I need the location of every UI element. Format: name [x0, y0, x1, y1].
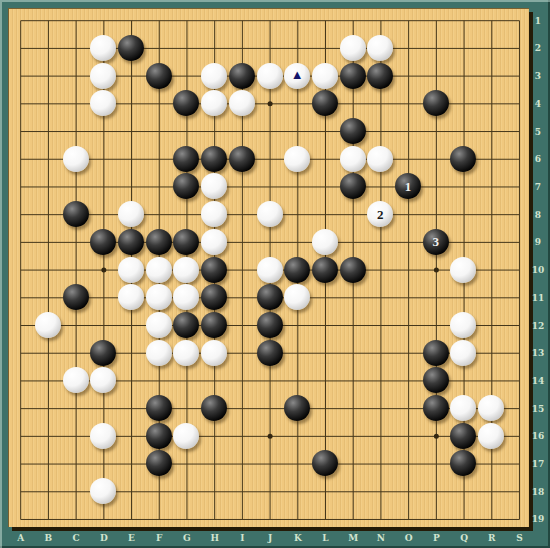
intersection-L9[interactable] — [312, 228, 340, 256]
intersection-K14[interactable] — [284, 367, 312, 395]
intersection-D2[interactable] — [90, 35, 118, 63]
intersection-I14[interactable] — [228, 367, 256, 395]
intersection-R17[interactable] — [478, 450, 506, 478]
intersection-N3[interactable] — [367, 62, 395, 90]
intersection-G11[interactable] — [173, 284, 201, 312]
intersection-G16[interactable] — [173, 422, 201, 450]
intersection-G7[interactable] — [173, 173, 201, 201]
intersection-H2[interactable] — [201, 35, 229, 63]
intersection-N13[interactable] — [367, 339, 395, 367]
intersection-N16[interactable] — [367, 422, 395, 450]
intersection-L5[interactable] — [312, 118, 340, 146]
intersection-M9[interactable] — [339, 228, 367, 256]
intersection-J12[interactable] — [256, 312, 284, 340]
intersection-Q19[interactable] — [450, 506, 478, 534]
intersection-G9[interactable] — [173, 228, 201, 256]
intersection-B5[interactable] — [35, 118, 63, 146]
intersection-C8[interactable] — [62, 201, 90, 229]
intersection-H7[interactable] — [201, 173, 229, 201]
intersection-F7[interactable] — [145, 173, 173, 201]
intersection-N4[interactable] — [367, 90, 395, 118]
intersection-P2[interactable] — [422, 35, 450, 63]
intersection-C7[interactable] — [62, 173, 90, 201]
intersection-J9[interactable] — [256, 228, 284, 256]
intersection-G12[interactable] — [173, 312, 201, 340]
intersection-P14[interactable] — [422, 367, 450, 395]
intersection-A14[interactable] — [7, 367, 35, 395]
intersection-Q15[interactable] — [450, 395, 478, 423]
intersection-R9[interactable] — [478, 228, 506, 256]
intersection-H16[interactable] — [201, 422, 229, 450]
intersection-J6[interactable] — [256, 145, 284, 173]
intersection-A1[interactable] — [7, 7, 35, 35]
intersection-K10[interactable] — [284, 256, 312, 284]
intersection-E19[interactable] — [118, 506, 146, 534]
intersection-D4[interactable] — [90, 90, 118, 118]
intersection-L2[interactable] — [312, 35, 340, 63]
intersection-A19[interactable] — [7, 506, 35, 534]
intersection-Q17[interactable] — [450, 450, 478, 478]
intersection-Q2[interactable] — [450, 35, 478, 63]
intersection-G13[interactable] — [173, 339, 201, 367]
intersection-F19[interactable] — [145, 506, 173, 534]
intersection-K19[interactable] — [284, 506, 312, 534]
intersection-P13[interactable] — [422, 339, 450, 367]
intersection-F11[interactable] — [145, 284, 173, 312]
intersection-P5[interactable] — [422, 118, 450, 146]
intersection-A9[interactable] — [7, 228, 35, 256]
intersection-P10[interactable] — [422, 256, 450, 284]
intersection-A11[interactable] — [7, 284, 35, 312]
intersection-F5[interactable] — [145, 118, 173, 146]
intersection-C16[interactable] — [62, 422, 90, 450]
intersection-C14[interactable] — [62, 367, 90, 395]
intersection-O10[interactable] — [395, 256, 423, 284]
intersection-M7[interactable] — [339, 173, 367, 201]
intersection-R1[interactable] — [478, 7, 506, 35]
intersection-J8[interactable] — [256, 201, 284, 229]
intersection-J14[interactable] — [256, 367, 284, 395]
intersection-D17[interactable] — [90, 450, 118, 478]
intersection-H12[interactable] — [201, 312, 229, 340]
intersection-P6[interactable] — [422, 145, 450, 173]
intersection-H15[interactable] — [201, 395, 229, 423]
intersection-E4[interactable] — [118, 90, 146, 118]
intersection-Q1[interactable] — [450, 7, 478, 35]
intersection-O5[interactable] — [395, 118, 423, 146]
intersection-B17[interactable] — [35, 450, 63, 478]
intersection-H4[interactable] — [201, 90, 229, 118]
intersection-N19[interactable] — [367, 506, 395, 534]
intersection-D14[interactable] — [90, 367, 118, 395]
intersection-H13[interactable] — [201, 339, 229, 367]
intersection-D3[interactable] — [90, 62, 118, 90]
intersection-D8[interactable] — [90, 201, 118, 229]
intersection-L17[interactable] — [312, 450, 340, 478]
intersection-L15[interactable] — [312, 395, 340, 423]
intersection-J3[interactable] — [256, 62, 284, 90]
intersection-M2[interactable] — [339, 35, 367, 63]
intersection-O4[interactable] — [395, 90, 423, 118]
intersection-P11[interactable] — [422, 284, 450, 312]
intersection-F16[interactable] — [145, 422, 173, 450]
intersection-O15[interactable] — [395, 395, 423, 423]
intersection-D5[interactable] — [90, 118, 118, 146]
intersection-E15[interactable] — [118, 395, 146, 423]
intersection-M3[interactable] — [339, 62, 367, 90]
intersection-K9[interactable] — [284, 228, 312, 256]
intersection-C13[interactable] — [62, 339, 90, 367]
intersection-O2[interactable] — [395, 35, 423, 63]
intersection-O16[interactable] — [395, 422, 423, 450]
intersection-F1[interactable] — [145, 7, 173, 35]
intersection-N7[interactable] — [367, 173, 395, 201]
intersection-L12[interactable] — [312, 312, 340, 340]
intersection-J2[interactable] — [256, 35, 284, 63]
intersection-G4[interactable] — [173, 90, 201, 118]
intersection-O12[interactable] — [395, 312, 423, 340]
intersection-E6[interactable] — [118, 145, 146, 173]
intersection-R2[interactable] — [478, 35, 506, 63]
intersection-K6[interactable] — [284, 145, 312, 173]
intersection-I13[interactable] — [228, 339, 256, 367]
intersection-B7[interactable] — [35, 173, 63, 201]
intersection-H11[interactable] — [201, 284, 229, 312]
intersection-O17[interactable] — [395, 450, 423, 478]
intersection-O13[interactable] — [395, 339, 423, 367]
intersection-P7[interactable] — [422, 173, 450, 201]
intersection-B3[interactable] — [35, 62, 63, 90]
intersection-I10[interactable] — [228, 256, 256, 284]
intersection-J5[interactable] — [256, 118, 284, 146]
intersection-F18[interactable] — [145, 478, 173, 506]
intersection-H10[interactable] — [201, 256, 229, 284]
intersection-K17[interactable] — [284, 450, 312, 478]
intersection-B19[interactable] — [35, 506, 63, 534]
intersection-H17[interactable] — [201, 450, 229, 478]
intersection-B13[interactable] — [35, 339, 63, 367]
intersection-A10[interactable] — [7, 256, 35, 284]
intersection-N14[interactable] — [367, 367, 395, 395]
intersection-L19[interactable] — [312, 506, 340, 534]
intersection-K12[interactable] — [284, 312, 312, 340]
intersection-G1[interactable] — [173, 7, 201, 35]
intersection-O9[interactable] — [395, 228, 423, 256]
intersection-A2[interactable] — [7, 35, 35, 63]
intersection-D18[interactable] — [90, 478, 118, 506]
intersection-A6[interactable] — [7, 145, 35, 173]
intersection-I6[interactable] — [228, 145, 256, 173]
intersection-H9[interactable] — [201, 228, 229, 256]
intersection-G3[interactable] — [173, 62, 201, 90]
intersection-M18[interactable] — [339, 478, 367, 506]
intersection-G2[interactable] — [173, 35, 201, 63]
intersection-K15[interactable] — [284, 395, 312, 423]
intersection-C1[interactable] — [62, 7, 90, 35]
intersection-M6[interactable] — [339, 145, 367, 173]
intersection-P18[interactable] — [422, 478, 450, 506]
intersection-F4[interactable] — [145, 90, 173, 118]
intersection-J17[interactable] — [256, 450, 284, 478]
intersection-B18[interactable] — [35, 478, 63, 506]
intersection-C12[interactable] — [62, 312, 90, 340]
intersection-P9[interactable]: 3 — [422, 228, 450, 256]
intersection-C6[interactable] — [62, 145, 90, 173]
intersection-J16[interactable] — [256, 422, 284, 450]
intersection-M15[interactable] — [339, 395, 367, 423]
intersection-I9[interactable] — [228, 228, 256, 256]
intersection-B9[interactable] — [35, 228, 63, 256]
intersection-H3[interactable] — [201, 62, 229, 90]
intersection-N5[interactable] — [367, 118, 395, 146]
intersection-A12[interactable] — [7, 312, 35, 340]
intersection-L16[interactable] — [312, 422, 340, 450]
intersection-F17[interactable] — [145, 450, 173, 478]
intersection-K2[interactable] — [284, 35, 312, 63]
intersection-I12[interactable] — [228, 312, 256, 340]
intersection-L13[interactable] — [312, 339, 340, 367]
intersection-K16[interactable] — [284, 422, 312, 450]
intersection-B1[interactable] — [35, 7, 63, 35]
intersection-N17[interactable] — [367, 450, 395, 478]
intersection-A15[interactable] — [7, 395, 35, 423]
intersection-Q14[interactable] — [450, 367, 478, 395]
intersection-H14[interactable] — [201, 367, 229, 395]
intersection-J13[interactable] — [256, 339, 284, 367]
intersection-L6[interactable] — [312, 145, 340, 173]
intersection-F9[interactable] — [145, 228, 173, 256]
intersection-L4[interactable] — [312, 90, 340, 118]
intersection-R4[interactable] — [478, 90, 506, 118]
intersection-P12[interactable] — [422, 312, 450, 340]
intersection-G5[interactable] — [173, 118, 201, 146]
intersection-O8[interactable] — [395, 201, 423, 229]
intersection-D12[interactable] — [90, 312, 118, 340]
intersection-K5[interactable] — [284, 118, 312, 146]
intersection-P4[interactable] — [422, 90, 450, 118]
intersection-M19[interactable] — [339, 506, 367, 534]
intersection-D19[interactable] — [90, 506, 118, 534]
intersection-D10[interactable] — [90, 256, 118, 284]
intersection-C9[interactable] — [62, 228, 90, 256]
intersection-O14[interactable] — [395, 367, 423, 395]
intersection-J11[interactable] — [256, 284, 284, 312]
intersection-Q7[interactable] — [450, 173, 478, 201]
intersection-N10[interactable] — [367, 256, 395, 284]
intersection-O3[interactable] — [395, 62, 423, 90]
intersection-E18[interactable] — [118, 478, 146, 506]
intersection-I5[interactable] — [228, 118, 256, 146]
intersection-M4[interactable] — [339, 90, 367, 118]
intersection-L7[interactable] — [312, 173, 340, 201]
intersection-G8[interactable] — [173, 201, 201, 229]
intersection-M10[interactable] — [339, 256, 367, 284]
intersection-C17[interactable] — [62, 450, 90, 478]
intersection-P19[interactable] — [422, 506, 450, 534]
intersection-A17[interactable] — [7, 450, 35, 478]
intersection-Q4[interactable] — [450, 90, 478, 118]
intersection-A16[interactable] — [7, 422, 35, 450]
intersection-K13[interactable] — [284, 339, 312, 367]
intersection-D11[interactable] — [90, 284, 118, 312]
intersection-K8[interactable] — [284, 201, 312, 229]
intersection-M1[interactable] — [339, 7, 367, 35]
intersection-B2[interactable] — [35, 35, 63, 63]
intersection-M16[interactable] — [339, 422, 367, 450]
intersection-C19[interactable] — [62, 506, 90, 534]
intersection-K11[interactable] — [284, 284, 312, 312]
intersection-C2[interactable] — [62, 35, 90, 63]
intersection-G18[interactable] — [173, 478, 201, 506]
intersection-L14[interactable] — [312, 367, 340, 395]
intersection-N15[interactable] — [367, 395, 395, 423]
intersection-I17[interactable] — [228, 450, 256, 478]
intersection-K1[interactable] — [284, 7, 312, 35]
intersection-E2[interactable] — [118, 35, 146, 63]
intersection-O1[interactable] — [395, 7, 423, 35]
intersection-Q3[interactable] — [450, 62, 478, 90]
intersection-E17[interactable] — [118, 450, 146, 478]
intersection-E7[interactable] — [118, 173, 146, 201]
intersection-A5[interactable] — [7, 118, 35, 146]
intersection-A18[interactable] — [7, 478, 35, 506]
intersection-B10[interactable] — [35, 256, 63, 284]
intersection-P3[interactable] — [422, 62, 450, 90]
intersection-R6[interactable] — [478, 145, 506, 173]
intersection-D15[interactable] — [90, 395, 118, 423]
intersection-I18[interactable] — [228, 478, 256, 506]
intersection-R7[interactable] — [478, 173, 506, 201]
intersection-G17[interactable] — [173, 450, 201, 478]
intersection-A7[interactable] — [7, 173, 35, 201]
intersection-F14[interactable] — [145, 367, 173, 395]
intersection-N11[interactable] — [367, 284, 395, 312]
intersection-R5[interactable] — [478, 118, 506, 146]
intersection-I8[interactable] — [228, 201, 256, 229]
intersection-Q9[interactable] — [450, 228, 478, 256]
intersection-R13[interactable] — [478, 339, 506, 367]
intersection-B6[interactable] — [35, 145, 63, 173]
intersection-I1[interactable] — [228, 7, 256, 35]
intersection-R15[interactable] — [478, 395, 506, 423]
intersection-L11[interactable] — [312, 284, 340, 312]
intersection-I11[interactable] — [228, 284, 256, 312]
intersection-J7[interactable] — [256, 173, 284, 201]
intersection-M5[interactable] — [339, 118, 367, 146]
intersection-O6[interactable] — [395, 145, 423, 173]
intersection-L3[interactable] — [312, 62, 340, 90]
intersection-J10[interactable] — [256, 256, 284, 284]
intersection-D6[interactable] — [90, 145, 118, 173]
intersection-N1[interactable] — [367, 7, 395, 35]
intersection-D16[interactable] — [90, 422, 118, 450]
intersection-P17[interactable] — [422, 450, 450, 478]
intersection-G19[interactable] — [173, 506, 201, 534]
intersection-F2[interactable] — [145, 35, 173, 63]
intersection-D13[interactable] — [90, 339, 118, 367]
intersection-K18[interactable] — [284, 478, 312, 506]
intersection-K4[interactable] — [284, 90, 312, 118]
intersection-E16[interactable] — [118, 422, 146, 450]
intersection-C10[interactable] — [62, 256, 90, 284]
intersection-N8[interactable]: 2 — [367, 201, 395, 229]
intersection-I15[interactable] — [228, 395, 256, 423]
intersection-E12[interactable] — [118, 312, 146, 340]
intersection-F6[interactable] — [145, 145, 173, 173]
intersection-L1[interactable] — [312, 7, 340, 35]
intersection-Q8[interactable] — [450, 201, 478, 229]
intersection-C5[interactable] — [62, 118, 90, 146]
intersection-R19[interactable] — [478, 506, 506, 534]
intersection-I3[interactable] — [228, 62, 256, 90]
intersection-J15[interactable] — [256, 395, 284, 423]
intersection-F12[interactable] — [145, 312, 173, 340]
intersection-E8[interactable] — [118, 201, 146, 229]
intersection-H5[interactable] — [201, 118, 229, 146]
intersection-R11[interactable] — [478, 284, 506, 312]
intersection-R16[interactable] — [478, 422, 506, 450]
intersection-I16[interactable] — [228, 422, 256, 450]
intersection-N12[interactable] — [367, 312, 395, 340]
intersection-P8[interactable] — [422, 201, 450, 229]
intersection-I4[interactable] — [228, 90, 256, 118]
intersection-F15[interactable] — [145, 395, 173, 423]
intersection-H1[interactable] — [201, 7, 229, 35]
intersection-K7[interactable] — [284, 173, 312, 201]
intersection-R12[interactable] — [478, 312, 506, 340]
intersection-A13[interactable] — [7, 339, 35, 367]
intersection-E5[interactable] — [118, 118, 146, 146]
intersection-J18[interactable] — [256, 478, 284, 506]
intersection-M13[interactable] — [339, 339, 367, 367]
intersection-H19[interactable] — [201, 506, 229, 534]
intersection-F10[interactable] — [145, 256, 173, 284]
intersection-M14[interactable] — [339, 367, 367, 395]
intersection-C11[interactable] — [62, 284, 90, 312]
intersection-M12[interactable] — [339, 312, 367, 340]
intersection-L8[interactable] — [312, 201, 340, 229]
intersection-R14[interactable] — [478, 367, 506, 395]
intersection-B4[interactable] — [35, 90, 63, 118]
intersection-C15[interactable] — [62, 395, 90, 423]
intersection-Q10[interactable] — [450, 256, 478, 284]
intersection-B15[interactable] — [35, 395, 63, 423]
intersection-H8[interactable] — [201, 201, 229, 229]
intersection-D9[interactable] — [90, 228, 118, 256]
intersection-O19[interactable] — [395, 506, 423, 534]
intersection-B14[interactable] — [35, 367, 63, 395]
intersection-M17[interactable] — [339, 450, 367, 478]
intersection-K3[interactable]: ▲ — [284, 62, 312, 90]
intersection-E1[interactable] — [118, 7, 146, 35]
intersection-Q6[interactable] — [450, 145, 478, 173]
intersection-E9[interactable] — [118, 228, 146, 256]
intersection-R10[interactable] — [478, 256, 506, 284]
intersection-F3[interactable] — [145, 62, 173, 90]
intersection-L18[interactable] — [312, 478, 340, 506]
intersection-O7[interactable]: 1 — [395, 173, 423, 201]
intersection-J1[interactable] — [256, 7, 284, 35]
intersection-R3[interactable] — [478, 62, 506, 90]
intersection-P15[interactable] — [422, 395, 450, 423]
intersection-M11[interactable] — [339, 284, 367, 312]
intersection-P1[interactable] — [422, 7, 450, 35]
intersection-Q12[interactable] — [450, 312, 478, 340]
intersection-N2[interactable] — [367, 35, 395, 63]
intersection-O18[interactable] — [395, 478, 423, 506]
intersection-A3[interactable] — [7, 62, 35, 90]
intersection-F13[interactable] — [145, 339, 173, 367]
